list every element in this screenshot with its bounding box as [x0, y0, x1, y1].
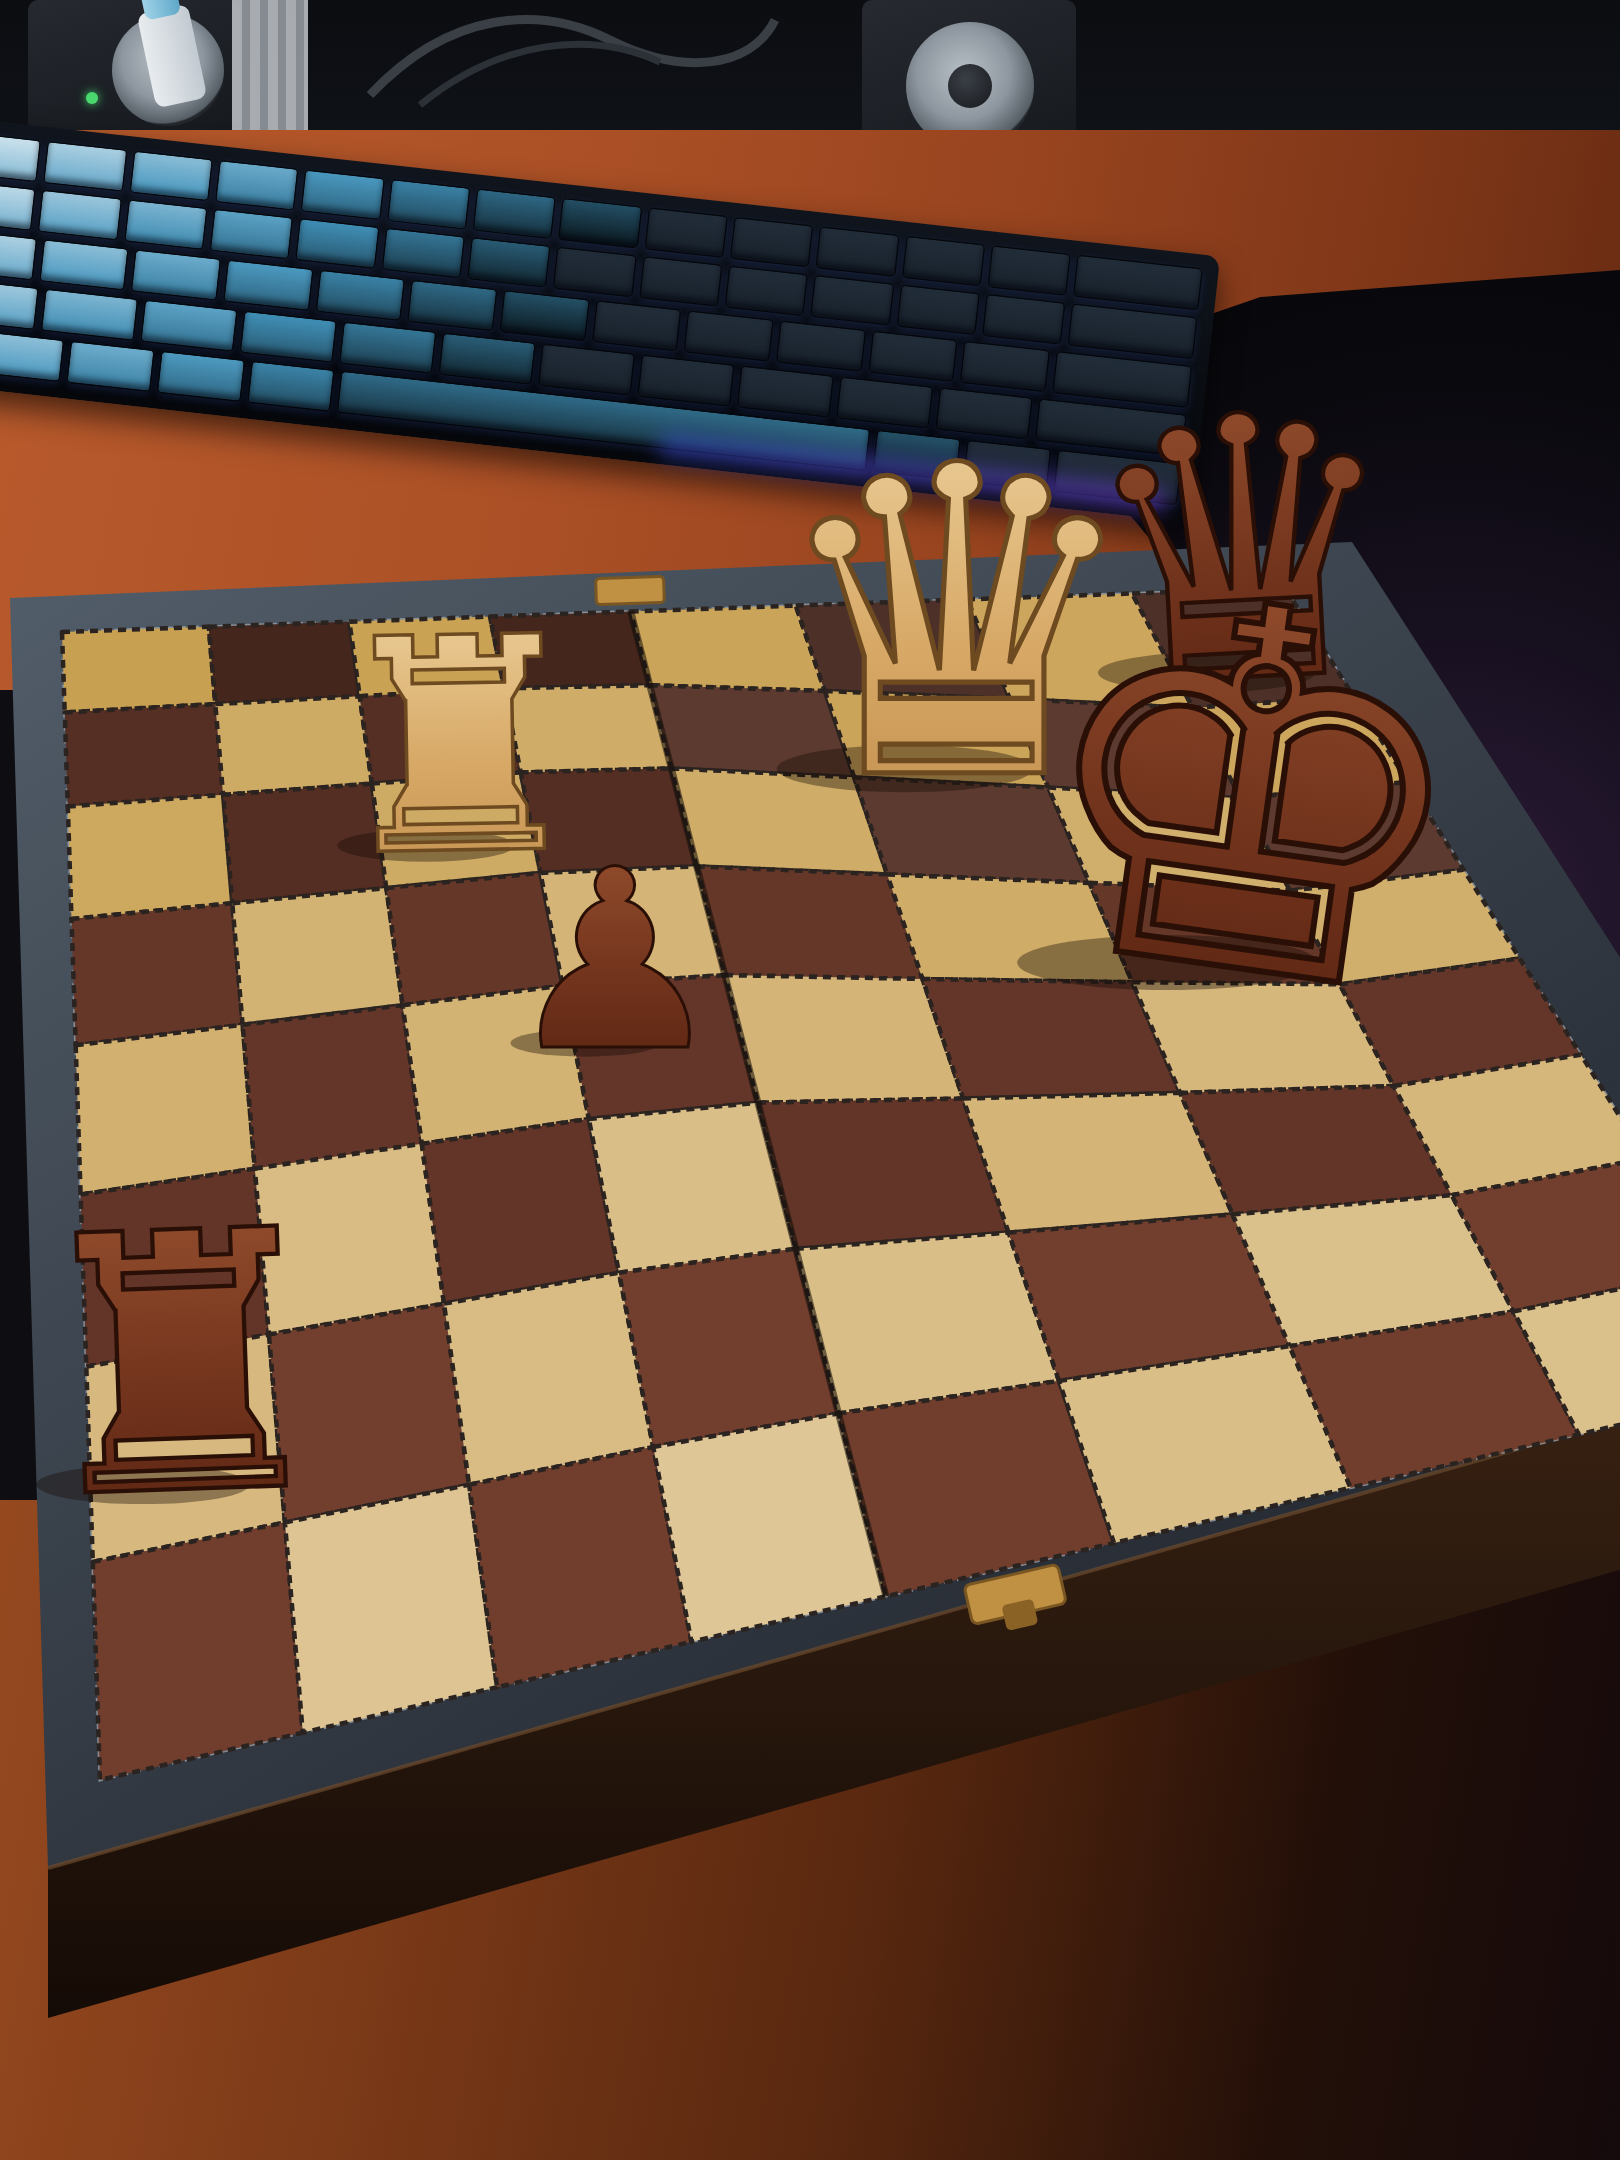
brass-hinge: [596, 576, 665, 604]
square-a8[interactable]: [62, 627, 215, 713]
square-b4[interactable]: [243, 1005, 422, 1168]
desk-scene: ♜♛♛♚♟♜: [0, 0, 1620, 2160]
square-e4[interactable]: [725, 975, 963, 1103]
dark-rook-a2[interactable]: ♜: [15, 1153, 348, 1578]
square-a6[interactable]: [68, 795, 233, 919]
dark-king-g5[interactable]: ♚: [989, 476, 1514, 1115]
square-c3[interactable]: [422, 1119, 619, 1304]
dark-pawn-d4[interactable]: ♟: [503, 816, 726, 1106]
chess-board: ♜♛♛♚♟♜: [0, 0, 1620, 2160]
square-a7[interactable]: [65, 704, 223, 806]
square-c1[interactable]: [469, 1447, 691, 1687]
square-a5[interactable]: [72, 903, 243, 1045]
